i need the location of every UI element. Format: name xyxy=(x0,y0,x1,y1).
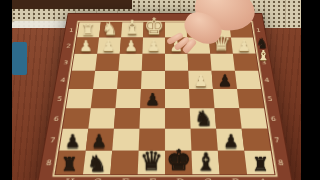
file-label-H: H xyxy=(54,177,83,180)
square-b6 xyxy=(215,108,242,129)
square-g7: ♟ xyxy=(86,129,114,151)
rank-label-5: 5 xyxy=(52,95,68,102)
square-d6 xyxy=(165,108,191,129)
square-h5 xyxy=(66,89,93,108)
square-d5 xyxy=(165,89,190,108)
square-a2: ♟ xyxy=(231,38,256,54)
square-e3 xyxy=(142,54,165,71)
piece-black-R-a8: ♜ xyxy=(247,155,274,174)
piece-white-R-h1: ♜ xyxy=(77,22,99,38)
piece-black-P-g7: ♟ xyxy=(86,133,112,151)
square-e8: ♛ xyxy=(138,151,165,174)
square-c8: ♝ xyxy=(191,151,219,174)
square-f8 xyxy=(110,151,138,174)
piece-black-N-c6: ♞ xyxy=(191,108,217,129)
square-g6 xyxy=(88,108,115,129)
piece-white-N-g1: ♞ xyxy=(99,20,121,38)
square-c7 xyxy=(191,129,218,151)
piece-black-P-h7: ♟ xyxy=(59,133,85,151)
rank-label-1: 1 xyxy=(251,27,266,33)
piece-black-P-b7: ♟ xyxy=(218,133,244,151)
photo-area: ♜♞♝♚♟♟♟♟♟♛♟♟♟♟♞♟♟♟♜♞♛♚♝♜ HGFEDCBA 123456… xyxy=(12,0,301,180)
square-h2: ♟ xyxy=(75,38,100,54)
piece-black-K-d8: ♚ xyxy=(165,146,192,174)
rank-label-8: 8 xyxy=(40,158,58,167)
square-e5: ♟ xyxy=(140,89,165,108)
rank-label-1: 1 xyxy=(64,27,79,33)
square-h7: ♟ xyxy=(59,129,88,151)
board-squares: ♜♞♝♚♟♟♟♟♟♛♟♟♟♟♞♟♟♟♜♞♛♚♝♜ xyxy=(56,22,275,174)
square-a6 xyxy=(239,108,267,129)
rank-label-6: 6 xyxy=(48,115,65,123)
rank-label-7: 7 xyxy=(44,136,62,144)
captured-white-B: ♝ xyxy=(257,48,270,62)
piece-black-R-h8: ♜ xyxy=(56,155,83,174)
square-c6: ♞ xyxy=(190,108,216,129)
square-f5 xyxy=(115,89,141,108)
square-a5 xyxy=(237,89,264,108)
square-e2: ♟ xyxy=(142,38,165,54)
square-f4 xyxy=(117,71,142,89)
file-label-A: A xyxy=(247,177,276,180)
piece-white-P-g2: ♟ xyxy=(97,39,120,54)
square-d3 xyxy=(165,54,188,71)
square-c3 xyxy=(188,54,212,71)
video-frame: ♜♞♝♚♟♟♟♟♟♛♟♟♟♟♞♟♟♟♜♞♛♚♝♜ HGFEDCBA 123456… xyxy=(0,0,320,180)
piece-white-P-e2: ♟ xyxy=(142,39,165,54)
square-e7 xyxy=(139,129,165,151)
piece-white-P-a2: ♟ xyxy=(233,39,256,54)
square-g2: ♟ xyxy=(97,38,121,54)
piece-white-B-f1: ♝ xyxy=(121,19,143,38)
square-c4: ♟ xyxy=(188,71,213,89)
square-b8 xyxy=(218,151,247,174)
file-label-F: F xyxy=(109,177,137,180)
square-f7 xyxy=(112,129,139,151)
square-h4 xyxy=(69,71,95,89)
square-d4 xyxy=(165,71,189,89)
file-labels: HGFEDCBA xyxy=(53,174,277,180)
piece-black-B-c8: ♝ xyxy=(192,150,219,174)
file-label-B: B xyxy=(220,177,249,180)
square-f6 xyxy=(114,108,140,129)
rank-label-4: 4 xyxy=(55,76,71,83)
square-g1: ♞ xyxy=(99,22,122,37)
square-f3 xyxy=(118,54,142,71)
piece-black-N-g8: ♞ xyxy=(83,152,110,175)
square-h1: ♜ xyxy=(77,22,101,37)
square-b5 xyxy=(213,89,239,108)
square-a3 xyxy=(233,54,258,71)
piece-white-P-f2: ♟ xyxy=(120,39,143,54)
blue-object xyxy=(12,42,27,75)
file-label-D: D xyxy=(165,177,193,180)
square-f1: ♝ xyxy=(121,22,144,37)
piece-black-P-e5: ♟ xyxy=(140,92,165,108)
square-g8: ♞ xyxy=(83,151,112,174)
piece-black-P-b4: ♟ xyxy=(213,73,237,89)
square-b3 xyxy=(210,54,235,71)
piece-black-Q-e8: ♛ xyxy=(138,148,165,174)
rank-label-7: 7 xyxy=(268,136,286,144)
square-e4 xyxy=(141,71,165,89)
file-label-E: E xyxy=(137,177,165,180)
rank-label-6: 6 xyxy=(265,115,282,123)
piece-white-K-e1: ♚ xyxy=(143,15,165,38)
square-f2: ♟ xyxy=(120,38,143,54)
rank-label-5: 5 xyxy=(262,95,278,102)
square-e6 xyxy=(139,108,165,129)
file-label-G: G xyxy=(81,177,110,180)
square-b4: ♟ xyxy=(212,71,237,89)
square-g4 xyxy=(93,71,118,89)
rank-label-3: 3 xyxy=(58,59,73,65)
rank-label-2: 2 xyxy=(61,43,76,49)
square-c5 xyxy=(189,89,215,108)
rank-label-4: 4 xyxy=(259,76,275,83)
square-d8: ♚ xyxy=(165,151,192,174)
piece-white-P-h2: ♟ xyxy=(75,39,98,54)
square-e1: ♚ xyxy=(143,22,165,37)
file-label-C: C xyxy=(192,177,220,180)
square-g3 xyxy=(95,54,120,71)
square-b7: ♟ xyxy=(216,129,244,151)
square-h8: ♜ xyxy=(56,151,86,174)
square-a4 xyxy=(235,71,261,89)
square-a7 xyxy=(242,129,271,151)
square-h6 xyxy=(63,108,91,129)
piece-white-P-c4: ♟ xyxy=(189,73,213,89)
square-h3 xyxy=(72,54,97,71)
square-d7 xyxy=(165,129,191,151)
square-g5 xyxy=(91,89,117,108)
square-a8: ♜ xyxy=(244,151,274,174)
rank-label-8: 8 xyxy=(272,158,290,167)
